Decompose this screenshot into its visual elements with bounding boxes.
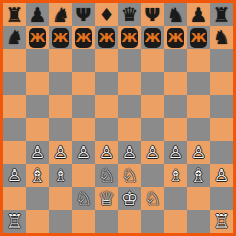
square-d6[interactable] — [72, 95, 95, 118]
white-king[interactable]: ♔ — [121, 189, 138, 208]
black-spider-pawn[interactable]: Ж — [52, 28, 69, 48]
square-g1[interactable] — [141, 210, 164, 233]
square-f10[interactable]: ♛ — [118, 3, 141, 26]
black-spider-pawn[interactable]: Ж — [121, 28, 138, 48]
square-a2[interactable] — [3, 187, 26, 210]
square-b9[interactable]: Ж — [26, 26, 49, 49]
square-d10[interactable]: Ψ — [72, 3, 95, 26]
square-f5[interactable] — [118, 118, 141, 141]
black-hooded-reaper[interactable]: ♟ — [190, 5, 208, 25]
square-h8[interactable] — [164, 49, 187, 72]
black-spider-pawn[interactable]: Ж — [75, 28, 92, 48]
square-e2[interactable]: ♕ — [95, 187, 118, 210]
square-b3[interactable]: ♗ — [26, 164, 49, 187]
black-wolf[interactable]: ♞ — [6, 28, 23, 47]
white-orb-pawn[interactable]: ♙ — [122, 144, 137, 161]
black-hooded-reaper[interactable]: ♟ — [29, 5, 47, 25]
black-ram-rook[interactable]: ♜ — [6, 5, 24, 25]
square-e10[interactable]: ♦ — [95, 3, 118, 26]
square-h5[interactable] — [164, 118, 187, 141]
black-spider-pawn[interactable]: Ж — [29, 28, 46, 48]
square-i2[interactable] — [187, 187, 210, 210]
square-i1[interactable] — [187, 210, 210, 233]
black-moth[interactable]: Ψ — [76, 6, 91, 24]
white-orb-pawn[interactable]: ♙ — [145, 144, 160, 161]
white-queen[interactable]: ♕ — [98, 189, 115, 208]
white-rook[interactable]: ♖ — [6, 212, 23, 231]
square-j9[interactable]: ♞ — [210, 26, 233, 49]
square-c9[interactable]: Ж — [49, 26, 72, 49]
black-crown-king[interactable]: ♛ — [121, 5, 138, 24]
square-a8[interactable] — [3, 49, 26, 72]
white-orb-pawn[interactable]: ♙ — [53, 144, 68, 161]
square-h9[interactable]: Ж — [164, 26, 187, 49]
black-spider-pawn[interactable]: Ж — [190, 28, 207, 48]
black-moth[interactable]: Ψ — [145, 6, 160, 24]
white-orb-pawn[interactable]: ♙ — [99, 144, 114, 161]
square-d3[interactable] — [72, 164, 95, 187]
white-knight[interactable]: ♘ — [75, 189, 92, 208]
square-e7[interactable] — [95, 72, 118, 95]
square-d4[interactable]: ♙ — [72, 141, 95, 164]
square-i4[interactable]: ♙ — [187, 141, 210, 164]
square-a3[interactable]: ♙ — [3, 164, 26, 187]
square-i7[interactable] — [187, 72, 210, 95]
square-e9[interactable]: Ж — [95, 26, 118, 49]
square-c7[interactable] — [49, 72, 72, 95]
black-spider-pawn[interactable]: Ж — [98, 28, 115, 48]
square-f3[interactable]: ♘ — [118, 164, 141, 187]
square-c10[interactable]: ♞ — [49, 3, 72, 26]
square-g8[interactable] — [141, 49, 164, 72]
black-ram-rook[interactable]: ♜ — [213, 5, 231, 25]
square-c2[interactable] — [49, 187, 72, 210]
square-j2[interactable] — [210, 187, 233, 210]
white-mitre[interactable]: ♗ — [53, 168, 67, 184]
square-g10[interactable]: Ψ — [141, 3, 164, 26]
square-g9[interactable]: Ж — [141, 26, 164, 49]
white-rook[interactable]: ♖ — [213, 212, 230, 231]
square-i5[interactable] — [187, 118, 210, 141]
square-i3[interactable]: ♗ — [187, 164, 210, 187]
black-gem-queen[interactable]: ♦ — [98, 6, 114, 24]
square-g6[interactable] — [141, 95, 164, 118]
black-spider-pawn[interactable]: Ж — [144, 28, 161, 48]
square-j7[interactable] — [210, 72, 233, 95]
black-wolf[interactable]: ♞ — [213, 28, 230, 47]
white-mitre[interactable]: ♗ — [168, 168, 182, 184]
white-orb-pawn[interactable]: ♙ — [214, 167, 229, 184]
square-b4[interactable]: ♙ — [26, 141, 49, 164]
square-h6[interactable] — [164, 95, 187, 118]
white-orb-pawn[interactable]: ♙ — [30, 144, 45, 161]
square-g7[interactable] — [141, 72, 164, 95]
square-a5[interactable] — [3, 118, 26, 141]
square-g3[interactable] — [141, 164, 164, 187]
square-b10[interactable]: ♟ — [26, 3, 49, 26]
square-c8[interactable] — [49, 49, 72, 72]
square-g5[interactable] — [141, 118, 164, 141]
square-d8[interactable] — [72, 49, 95, 72]
black-beast-head[interactable]: ♞ — [52, 5, 70, 25]
square-f7[interactable] — [118, 72, 141, 95]
square-e8[interactable] — [95, 49, 118, 72]
square-i9[interactable]: Ж — [187, 26, 210, 49]
square-c5[interactable] — [49, 118, 72, 141]
square-b2[interactable] — [26, 187, 49, 210]
white-orb-pawn[interactable]: ♙ — [76, 144, 91, 161]
square-a10[interactable]: ♜ — [3, 3, 26, 26]
square-b6[interactable] — [26, 95, 49, 118]
square-f1[interactable] — [118, 210, 141, 233]
square-j8[interactable] — [210, 49, 233, 72]
square-a7[interactable] — [3, 72, 26, 95]
white-orb-pawn[interactable]: ♙ — [191, 144, 206, 161]
square-g2[interactable]: ♘ — [141, 187, 164, 210]
black-beast-head[interactable]: ♞ — [167, 5, 185, 25]
square-h4[interactable]: ♙ — [164, 141, 187, 164]
black-spider-pawn[interactable]: Ж — [167, 28, 184, 48]
square-g4[interactable]: ♙ — [141, 141, 164, 164]
square-h10[interactable]: ♞ — [164, 3, 187, 26]
square-f6[interactable] — [118, 95, 141, 118]
square-f4[interactable]: ♙ — [118, 141, 141, 164]
square-f9[interactable]: Ж — [118, 26, 141, 49]
square-a1[interactable]: ♖ — [3, 210, 26, 233]
square-h7[interactable] — [164, 72, 187, 95]
square-h3[interactable]: ♗ — [164, 164, 187, 187]
square-a9[interactable]: ♞ — [3, 26, 26, 49]
square-d9[interactable]: Ж — [72, 26, 95, 49]
square-c1[interactable] — [49, 210, 72, 233]
square-i6[interactable] — [187, 95, 210, 118]
white-bishop[interactable]: ♗ — [190, 166, 207, 185]
square-c6[interactable] — [49, 95, 72, 118]
square-d5[interactable] — [72, 118, 95, 141]
square-e3[interactable]: ♘ — [95, 164, 118, 187]
square-e4[interactable]: ♙ — [95, 141, 118, 164]
square-h1[interactable] — [164, 210, 187, 233]
white-bishop[interactable]: ♗ — [29, 166, 46, 185]
square-b5[interactable] — [26, 118, 49, 141]
square-d1[interactable] — [72, 210, 95, 233]
square-h2[interactable] — [164, 187, 187, 210]
square-b8[interactable] — [26, 49, 49, 72]
square-j3[interactable]: ♙ — [210, 164, 233, 187]
square-c3[interactable]: ♗ — [49, 164, 72, 187]
square-a6[interactable] — [3, 95, 26, 118]
square-b7[interactable] — [26, 72, 49, 95]
square-f2[interactable]: ♔ — [118, 187, 141, 210]
square-e5[interactable] — [95, 118, 118, 141]
square-j1[interactable]: ♖ — [210, 210, 233, 233]
square-b1[interactable] — [26, 210, 49, 233]
square-a4[interactable] — [3, 141, 26, 164]
square-i8[interactable] — [187, 49, 210, 72]
square-j4[interactable] — [210, 141, 233, 164]
white-capped-knight[interactable]: ♘ — [98, 166, 115, 185]
square-j6[interactable] — [210, 95, 233, 118]
square-c4[interactable]: ♙ — [49, 141, 72, 164]
square-d7[interactable] — [72, 72, 95, 95]
white-capped-knight[interactable]: ♘ — [121, 166, 138, 185]
board-frame: ♜♟♞Ψ♦♛Ψ♞♟♜♞ЖЖЖЖЖЖЖЖ♞♙♙♙♙♙♙♙♙♙♗♗♘♘♗♗♙♘♕♔♘… — [0, 0, 236, 236]
white-orb-pawn[interactable]: ♙ — [7, 167, 22, 184]
white-knight[interactable]: ♘ — [144, 189, 161, 208]
white-orb-pawn[interactable]: ♙ — [168, 144, 183, 161]
game-board: ♜♟♞Ψ♦♛Ψ♞♟♜♞ЖЖЖЖЖЖЖЖ♞♙♙♙♙♙♙♙♙♙♗♗♘♘♗♗♙♘♕♔♘… — [3, 3, 233, 233]
square-d2[interactable]: ♘ — [72, 187, 95, 210]
square-e6[interactable] — [95, 95, 118, 118]
square-j5[interactable] — [210, 118, 233, 141]
square-j10[interactable]: ♜ — [210, 3, 233, 26]
square-i10[interactable]: ♟ — [187, 3, 210, 26]
square-e1[interactable] — [95, 210, 118, 233]
square-f8[interactable] — [118, 49, 141, 72]
